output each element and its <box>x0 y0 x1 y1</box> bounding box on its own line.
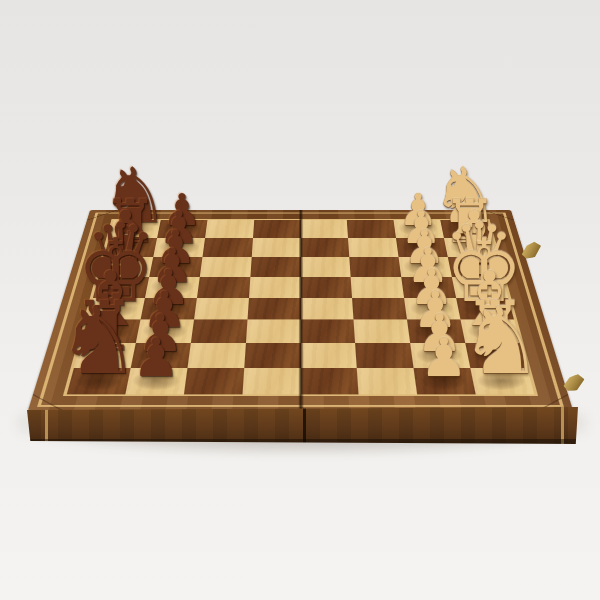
square-c0r5 <box>80 319 140 342</box>
square-c6r2 <box>398 256 451 276</box>
square-c2r3 <box>196 276 249 297</box>
square-c1r3 <box>144 276 199 297</box>
square-c4r2 <box>300 256 350 276</box>
square-c5r0 <box>347 220 396 238</box>
square-c3r7 <box>242 367 300 393</box>
square-c2r7 <box>183 367 243 393</box>
square-c3r2 <box>250 256 300 276</box>
square-c1r2 <box>149 256 202 276</box>
square-c3r0 <box>252 220 300 238</box>
square-c7r0 <box>440 220 491 238</box>
square-c6r7 <box>413 367 475 393</box>
square-c0r2 <box>98 256 152 276</box>
square-c4r4 <box>300 297 353 319</box>
square-c3r3 <box>248 276 300 297</box>
square-c6r5 <box>407 319 465 342</box>
square-c4r7 <box>300 367 358 393</box>
fold-seam <box>298 210 303 410</box>
square-c4r3 <box>300 276 352 297</box>
square-c4r1 <box>300 237 349 256</box>
square-c1r7 <box>125 367 187 393</box>
square-c1r0 <box>156 220 206 238</box>
square-c2r6 <box>187 343 245 368</box>
square-c7r6 <box>465 343 527 368</box>
square-c4r6 <box>300 343 357 368</box>
square-c3r5 <box>245 319 300 342</box>
square-c7r5 <box>460 319 520 342</box>
square-c2r1 <box>202 237 252 256</box>
square-c4r0 <box>300 220 348 238</box>
square-c2r4 <box>193 297 248 319</box>
square-c5r3 <box>350 276 403 297</box>
square-c7r3 <box>451 276 507 297</box>
chessboard-top <box>27 210 572 410</box>
square-c2r5 <box>190 319 247 342</box>
square-c0r6 <box>73 343 135 368</box>
square-c6r6 <box>410 343 470 368</box>
square-c3r1 <box>251 237 300 256</box>
square-c5r2 <box>349 256 401 276</box>
square-c7r1 <box>444 237 497 256</box>
square-c4r5 <box>300 319 355 342</box>
square-c5r5 <box>353 319 410 342</box>
square-c0r7 <box>66 367 130 393</box>
square-c7r4 <box>456 297 514 319</box>
square-c0r3 <box>93 276 149 297</box>
square-c1r4 <box>140 297 196 319</box>
square-c5r4 <box>352 297 407 319</box>
square-c3r6 <box>243 343 300 368</box>
square-c6r0 <box>393 220 443 238</box>
square-c5r6 <box>355 343 413 368</box>
square-c7r2 <box>447 256 501 276</box>
square-c7r7 <box>470 367 534 393</box>
square-c5r1 <box>348 237 398 256</box>
square-c2r2 <box>199 256 251 276</box>
square-c3r4 <box>247 297 300 319</box>
square-c6r4 <box>404 297 460 319</box>
square-c1r5 <box>135 319 193 342</box>
product-photo-backdrop: ♞♟♟♞♜♟♟♜♝♟♟♝♛♟♟♛♚♟♟♚♝♟♟♝♜♟♟♜♞♟♟♞ <box>0 0 600 600</box>
square-c5r7 <box>357 367 417 393</box>
square-c0r1 <box>104 237 157 256</box>
square-c6r1 <box>396 237 448 256</box>
square-c2r0 <box>204 220 253 238</box>
square-c1r1 <box>153 237 205 256</box>
square-c0r4 <box>87 297 145 319</box>
square-c1r6 <box>130 343 190 368</box>
square-c0r0 <box>109 220 160 238</box>
square-c6r3 <box>401 276 456 297</box>
board-front-edge <box>27 407 578 444</box>
